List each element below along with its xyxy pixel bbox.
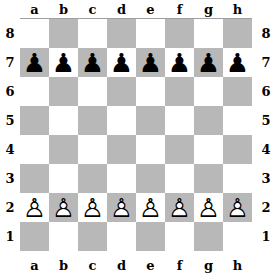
square-d4[interactable] bbox=[107, 135, 136, 164]
square-d6[interactable] bbox=[107, 77, 136, 106]
white-pawn: ♟♙ bbox=[197, 195, 220, 221]
rank-label-2: 2 bbox=[5, 201, 14, 214]
square-h6[interactable] bbox=[223, 77, 252, 106]
corner-top-left bbox=[0, 0, 20, 18]
file-label-f: f bbox=[177, 3, 183, 16]
square-e4[interactable] bbox=[136, 135, 165, 164]
file-labels-top: abcdefgh bbox=[20, 0, 252, 18]
square-g4[interactable] bbox=[194, 135, 223, 164]
square-h2[interactable]: ♟♙ bbox=[223, 193, 252, 222]
black-pawn: ♟ bbox=[168, 50, 191, 76]
square-d7[interactable]: ♟ bbox=[107, 48, 136, 77]
rank-label-5: 5 bbox=[5, 114, 14, 127]
square-e8[interactable] bbox=[136, 19, 165, 48]
square-g3[interactable] bbox=[194, 164, 223, 193]
rank-label-5: 5 bbox=[261, 114, 270, 127]
square-f2[interactable]: ♟♙ bbox=[165, 193, 194, 222]
file-label-h: h bbox=[233, 3, 242, 16]
square-h5[interactable] bbox=[223, 106, 252, 135]
square-g5[interactable] bbox=[194, 106, 223, 135]
square-f4[interactable] bbox=[165, 135, 194, 164]
square-b6[interactable] bbox=[49, 77, 78, 106]
file-label-d: d bbox=[117, 3, 126, 16]
square-c6[interactable] bbox=[78, 77, 107, 106]
square-e6[interactable] bbox=[136, 77, 165, 106]
rank-label-3: 3 bbox=[261, 172, 270, 185]
square-c8[interactable] bbox=[78, 19, 107, 48]
square-b8[interactable] bbox=[49, 19, 78, 48]
square-g2[interactable]: ♟♙ bbox=[194, 193, 223, 222]
rank-label-1: 1 bbox=[5, 230, 14, 243]
white-pawn: ♟♙ bbox=[168, 195, 191, 221]
corner-bottom-left bbox=[0, 251, 20, 280]
square-h4[interactable] bbox=[223, 135, 252, 164]
square-e2[interactable]: ♟♙ bbox=[136, 193, 165, 222]
square-h3[interactable] bbox=[223, 164, 252, 193]
file-label-c: c bbox=[89, 3, 97, 16]
file-label-e: e bbox=[146, 259, 154, 272]
square-a2[interactable]: ♟♙ bbox=[20, 193, 49, 222]
black-pawn: ♟ bbox=[52, 50, 75, 76]
square-a8[interactable] bbox=[20, 19, 49, 48]
square-d5[interactable] bbox=[107, 106, 136, 135]
square-e7[interactable]: ♟ bbox=[136, 48, 165, 77]
square-c1[interactable] bbox=[78, 222, 107, 251]
square-f8[interactable] bbox=[165, 19, 194, 48]
square-f5[interactable] bbox=[165, 106, 194, 135]
square-h7[interactable]: ♟ bbox=[223, 48, 252, 77]
rank-label-2: 2 bbox=[261, 201, 270, 214]
square-f1[interactable] bbox=[165, 222, 194, 251]
file-labels-bottom: abcdefgh bbox=[20, 251, 252, 280]
square-b2[interactable]: ♟♙ bbox=[49, 193, 78, 222]
square-g6[interactable] bbox=[194, 77, 223, 106]
square-e1[interactable] bbox=[136, 222, 165, 251]
square-e3[interactable] bbox=[136, 164, 165, 193]
chess-diagram: abcdefgh 87654321 ♟♟♟♟♟♟♟♟♟♙♟♙♟♙♟♙♟♙♟♙♟♙… bbox=[0, 0, 280, 280]
black-pawn: ♟ bbox=[23, 50, 46, 76]
white-pawn: ♟♙ bbox=[110, 195, 133, 221]
rank-label-4: 4 bbox=[261, 143, 270, 156]
file-label-g: g bbox=[204, 259, 213, 272]
file-label-e: e bbox=[146, 3, 154, 16]
square-c3[interactable] bbox=[78, 164, 107, 193]
square-a1[interactable] bbox=[20, 222, 49, 251]
rank-labels-left: 87654321 bbox=[0, 18, 20, 251]
square-d3[interactable] bbox=[107, 164, 136, 193]
square-d1[interactable] bbox=[107, 222, 136, 251]
black-pawn: ♟ bbox=[110, 50, 133, 76]
square-a4[interactable] bbox=[20, 135, 49, 164]
black-pawn: ♟ bbox=[81, 50, 104, 76]
square-a5[interactable] bbox=[20, 106, 49, 135]
square-b3[interactable] bbox=[49, 164, 78, 193]
square-f6[interactable] bbox=[165, 77, 194, 106]
white-pawn: ♟♙ bbox=[81, 195, 104, 221]
file-label-f: f bbox=[177, 259, 183, 272]
white-pawn: ♟♙ bbox=[139, 195, 162, 221]
square-e5[interactable] bbox=[136, 106, 165, 135]
black-pawn: ♟ bbox=[197, 50, 220, 76]
rank-label-8: 8 bbox=[261, 27, 270, 40]
file-label-h: h bbox=[233, 259, 242, 272]
rank-label-7: 7 bbox=[261, 56, 270, 69]
corner-bottom-right bbox=[252, 251, 280, 280]
square-c7[interactable]: ♟ bbox=[78, 48, 107, 77]
rank-label-6: 6 bbox=[5, 85, 14, 98]
square-c5[interactable] bbox=[78, 106, 107, 135]
rank-label-7: 7 bbox=[5, 56, 14, 69]
square-a3[interactable] bbox=[20, 164, 49, 193]
board: ♟♟♟♟♟♟♟♟♟♙♟♙♟♙♟♙♟♙♟♙♟♙♟♙ bbox=[20, 18, 252, 251]
square-c2[interactable]: ♟♙ bbox=[78, 193, 107, 222]
square-f7[interactable]: ♟ bbox=[165, 48, 194, 77]
rank-labels-right: 87654321 bbox=[252, 18, 280, 251]
rank-label-3: 3 bbox=[5, 172, 14, 185]
square-b5[interactable] bbox=[49, 106, 78, 135]
file-label-g: g bbox=[204, 3, 213, 16]
rank-label-8: 8 bbox=[5, 27, 14, 40]
rank-label-4: 4 bbox=[5, 143, 14, 156]
black-pawn: ♟ bbox=[226, 50, 249, 76]
rank-label-6: 6 bbox=[261, 85, 270, 98]
file-label-b: b bbox=[59, 259, 68, 272]
black-pawn: ♟ bbox=[139, 50, 162, 76]
square-g7[interactable]: ♟ bbox=[194, 48, 223, 77]
square-g8[interactable] bbox=[194, 19, 223, 48]
file-label-b: b bbox=[59, 3, 68, 16]
square-b1[interactable] bbox=[49, 222, 78, 251]
square-f3[interactable] bbox=[165, 164, 194, 193]
white-pawn: ♟♙ bbox=[52, 195, 75, 221]
rank-label-1: 1 bbox=[261, 230, 270, 243]
file-label-d: d bbox=[117, 259, 126, 272]
corner-top-right bbox=[252, 0, 280, 18]
square-b7[interactable]: ♟ bbox=[49, 48, 78, 77]
white-pawn: ♟♙ bbox=[23, 195, 46, 221]
square-c4[interactable] bbox=[78, 135, 107, 164]
file-label-a: a bbox=[30, 259, 38, 272]
file-label-c: c bbox=[89, 259, 97, 272]
file-label-a: a bbox=[30, 3, 38, 16]
square-d2[interactable]: ♟♙ bbox=[107, 193, 136, 222]
square-b4[interactable] bbox=[49, 135, 78, 164]
square-a6[interactable] bbox=[20, 77, 49, 106]
square-g1[interactable] bbox=[194, 222, 223, 251]
white-pawn: ♟♙ bbox=[226, 195, 249, 221]
square-h8[interactable] bbox=[223, 19, 252, 48]
square-a7[interactable]: ♟ bbox=[20, 48, 49, 77]
square-d8[interactable] bbox=[107, 19, 136, 48]
square-h1[interactable] bbox=[223, 222, 252, 251]
